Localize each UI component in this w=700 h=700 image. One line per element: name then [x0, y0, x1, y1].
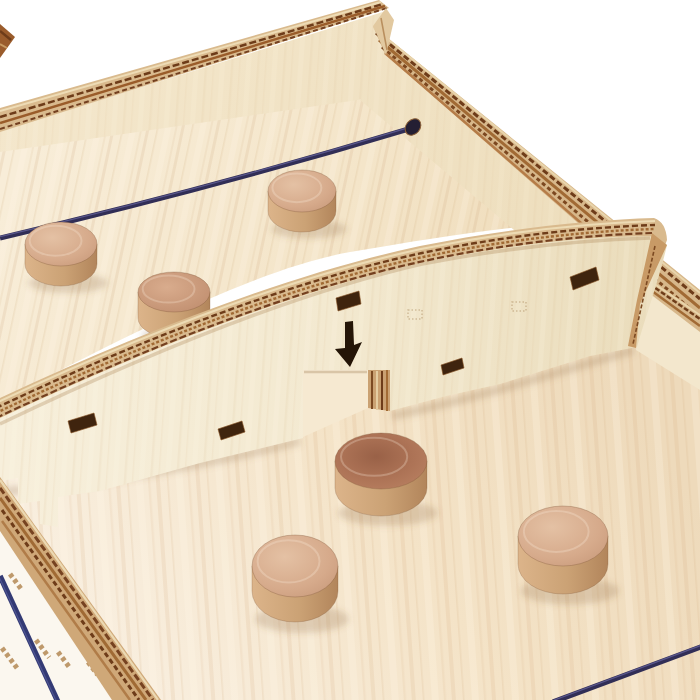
puck-top	[268, 170, 336, 212]
puck-top	[335, 433, 427, 489]
puck-top	[25, 222, 97, 266]
gate-edge-stripes	[368, 370, 390, 411]
puck-top	[138, 272, 210, 312]
product-photo-sling-puck-game	[0, 0, 700, 700]
puck-top	[252, 535, 338, 597]
puck-top	[518, 506, 608, 566]
scene-svg	[0, 0, 700, 700]
